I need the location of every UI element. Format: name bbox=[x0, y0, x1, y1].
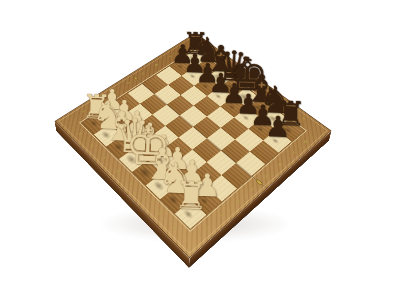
black-pawn-h7[interactable]: ♟ bbox=[263, 130, 291, 153]
product-photo-scene: abcdefgh abcdefgh 87654321 87654321 ♜♞♝♛… bbox=[0, 0, 400, 300]
black-pawn-icon: ♟ bbox=[243, 111, 312, 142]
board-frame: abcdefgh abcdefgh 87654321 87654321 ♜♞♝♛… bbox=[54, 33, 331, 259]
white-rook-icon: ♜ bbox=[152, 175, 230, 216]
file-label: h bbox=[165, 219, 185, 238]
board-3d-wrapper: abcdefgh abcdefgh 87654321 87654321 ♜♞♝♛… bbox=[53, 0, 333, 266]
white-rook-h1[interactable]: ♜ bbox=[175, 200, 207, 228]
chess-board: abcdefgh abcdefgh 87654321 87654321 ♜♞♝♛… bbox=[54, 33, 331, 259]
